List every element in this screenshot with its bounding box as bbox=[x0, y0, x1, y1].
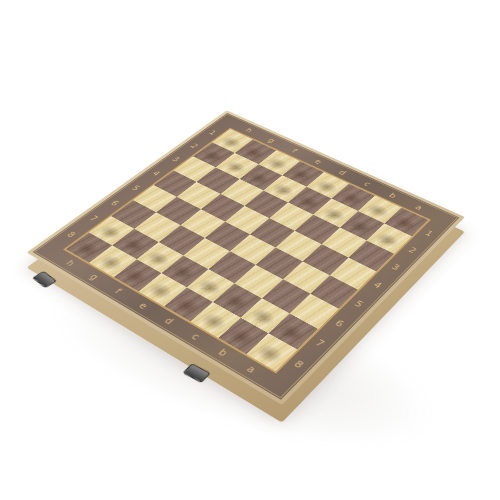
piece-glyph: ♟ bbox=[270, 154, 293, 193]
piece-glyph: ♟ bbox=[223, 132, 245, 170]
square-a8: ♜ bbox=[246, 333, 297, 371]
piece-glyph: ♜ bbox=[251, 298, 286, 358]
piece-glyph: ♟ bbox=[374, 202, 398, 243]
piece-glyph: ♟ bbox=[295, 165, 318, 204]
piece-glyph: ♟ bbox=[321, 177, 345, 217]
piece-glyph: ♟ bbox=[246, 143, 269, 181]
piece-glyph: ♟ bbox=[200, 121, 222, 158]
piece-glyph: ♟ bbox=[347, 189, 371, 229]
product-photo-scene: hgfedcba hgfedcba 12345678 12345678 ♜♞♝♚… bbox=[0, 0, 500, 500]
